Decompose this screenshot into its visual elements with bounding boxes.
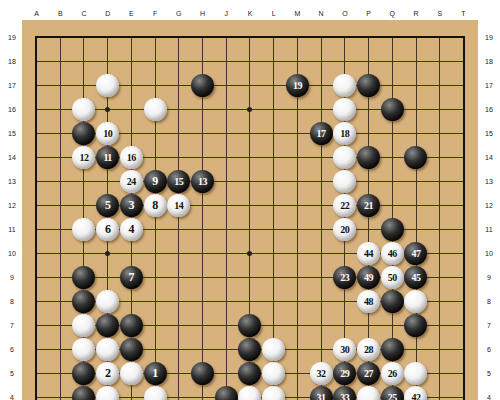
stone-white-L6 [262, 338, 285, 361]
stone-black-E12-move-3: 3 [120, 194, 143, 217]
stone-black-P12-move-21: 21 [357, 194, 380, 217]
stone-black-Q6 [381, 338, 404, 361]
move-number: 44 [364, 248, 373, 259]
coord-label-right-13: 13 [481, 178, 497, 186]
stone-white-F4 [144, 386, 167, 400]
coord-label-right-17: 17 [481, 82, 497, 90]
stone-black-K7 [238, 314, 261, 337]
stone-white-L4 [262, 386, 285, 400]
stone-white-O11-move-20: 20 [333, 218, 356, 241]
move-number: 32 [317, 368, 326, 379]
go-diagram: ABCDEFGHJKLMNOPQRST 19181716151413121110… [0, 0, 500, 400]
stone-black-H5 [191, 362, 214, 385]
stone-white-Q10-move-46: 46 [381, 242, 404, 265]
stone-white-R4-move-42: 42 [404, 386, 427, 400]
move-number: 30 [340, 344, 349, 355]
coord-label-top-H: H [195, 10, 211, 18]
coord-label-right-6: 6 [481, 346, 497, 354]
coord-label-left-9: 9 [4, 274, 20, 282]
move-number: 6 [105, 222, 111, 237]
coord-label-left-18: 18 [4, 58, 20, 66]
stone-white-C7 [72, 314, 95, 337]
stone-white-P4 [357, 386, 380, 400]
coord-label-top-G: G [171, 10, 187, 18]
stone-black-O5-move-29: 29 [333, 362, 356, 385]
stone-black-P9-move-49: 49 [357, 266, 380, 289]
coord-label-right-4: 4 [481, 394, 497, 400]
stone-black-D12-move-5: 5 [96, 194, 119, 217]
stone-black-R9-move-45: 45 [404, 266, 427, 289]
coord-label-left-12: 12 [4, 202, 20, 210]
coord-label-right-19: 19 [481, 34, 497, 42]
stone-black-P5-move-27: 27 [357, 362, 380, 385]
stone-black-K5 [238, 362, 261, 385]
stone-black-Q11 [381, 218, 404, 241]
coord-label-left-5: 5 [4, 370, 20, 378]
move-number: 21 [364, 200, 373, 211]
stone-white-Q9-move-50: 50 [381, 266, 404, 289]
stone-white-O17 [333, 74, 356, 97]
stone-white-C11 [72, 218, 95, 241]
coord-label-right-15: 15 [481, 130, 497, 138]
coord-label-left-19: 19 [4, 34, 20, 42]
coord-label-left-4: 4 [4, 394, 20, 400]
stone-black-C9 [72, 266, 95, 289]
move-number: 11 [103, 152, 111, 163]
stone-black-N15-move-17: 17 [310, 122, 333, 145]
stone-black-C5 [72, 362, 95, 385]
move-number: 18 [340, 128, 349, 139]
stone-black-D14-move-11: 11 [96, 146, 119, 169]
move-number: 45 [411, 272, 420, 283]
move-number: 50 [388, 272, 397, 283]
stone-black-R14 [404, 146, 427, 169]
move-number: 48 [364, 296, 373, 307]
coord-label-top-Q: Q [384, 10, 400, 18]
coord-label-right-12: 12 [481, 202, 497, 210]
stone-black-P14 [357, 146, 380, 169]
coord-label-left-10: 10 [4, 250, 20, 258]
coord-label-left-13: 13 [4, 178, 20, 186]
stone-white-E11-move-4: 4 [120, 218, 143, 241]
move-number: 13 [198, 176, 207, 187]
stone-white-O14 [333, 146, 356, 169]
move-number: 28 [364, 344, 373, 355]
move-number: 24 [127, 176, 136, 187]
stone-white-L5 [262, 362, 285, 385]
stone-white-D17 [96, 74, 119, 97]
stone-white-E14-move-16: 16 [120, 146, 143, 169]
stone-white-Q5-move-26: 26 [381, 362, 404, 385]
stone-white-D5-move-2: 2 [96, 362, 119, 385]
move-number: 26 [388, 368, 397, 379]
coord-label-right-5: 5 [481, 370, 497, 378]
stone-black-M17-move-19: 19 [286, 74, 309, 97]
coord-label-left-15: 15 [4, 130, 20, 138]
move-number: 16 [127, 152, 136, 163]
coord-label-top-N: N [313, 10, 329, 18]
coord-label-top-L: L [266, 10, 282, 18]
stone-white-F12-move-8: 8 [144, 194, 167, 217]
coord-label-left-6: 6 [4, 346, 20, 354]
move-number: 19 [293, 80, 302, 91]
coord-label-top-C: C [76, 10, 92, 18]
coord-label-right-9: 9 [481, 274, 497, 282]
stone-black-Q8 [381, 290, 404, 313]
stone-white-D4 [96, 386, 119, 400]
coord-label-left-11: 11 [4, 226, 20, 234]
stone-black-F13-move-9: 9 [144, 170, 167, 193]
move-number: 27 [364, 368, 373, 379]
stone-white-F16 [144, 98, 167, 121]
move-number: 15 [174, 176, 183, 187]
stone-black-O9-move-23: 23 [333, 266, 356, 289]
stone-black-Q16 [381, 98, 404, 121]
stone-white-D8 [96, 290, 119, 313]
stone-white-R8 [404, 290, 427, 313]
stone-white-P6-move-28: 28 [357, 338, 380, 361]
stone-black-N4-move-31: 31 [310, 386, 333, 400]
stone-white-P10-move-44: 44 [357, 242, 380, 265]
move-number: 10 [103, 128, 112, 139]
stone-black-O4-move-33: 33 [333, 386, 356, 400]
stone-black-R10-move-47: 47 [404, 242, 427, 265]
stones-grid: 1910171812111624915135381422216420444647… [25, 26, 476, 400]
coord-label-top-B: B [52, 10, 68, 18]
move-number: 49 [364, 272, 373, 283]
move-number: 46 [388, 248, 397, 259]
move-number: 17 [317, 128, 326, 139]
move-number: 5 [105, 198, 111, 213]
coord-label-top-J: J [218, 10, 234, 18]
stone-white-N5-move-32: 32 [310, 362, 333, 385]
stone-black-G13-move-15: 15 [167, 170, 190, 193]
move-number: 20 [340, 224, 349, 235]
stone-black-P17 [357, 74, 380, 97]
coord-label-top-M: M [289, 10, 305, 18]
move-number: 12 [79, 152, 88, 163]
coord-label-top-T: T [455, 10, 471, 18]
stone-black-J4 [215, 386, 238, 400]
stone-white-D15-move-10: 10 [96, 122, 119, 145]
coord-label-right-16: 16 [481, 106, 497, 114]
coord-label-top-O: O [337, 10, 353, 18]
stone-white-C6 [72, 338, 95, 361]
move-number: 31 [317, 392, 326, 400]
stone-black-D7 [96, 314, 119, 337]
move-number: 47 [411, 248, 420, 259]
stone-white-C14-move-12: 12 [72, 146, 95, 169]
stone-white-D6 [96, 338, 119, 361]
coord-label-right-8: 8 [481, 298, 497, 306]
coord-label-right-14: 14 [481, 154, 497, 162]
stone-white-O6-move-30: 30 [333, 338, 356, 361]
stone-black-C15 [72, 122, 95, 145]
coord-label-left-14: 14 [4, 154, 20, 162]
stone-black-E6 [120, 338, 143, 361]
coord-label-left-16: 16 [4, 106, 20, 114]
coord-label-top-E: E [123, 10, 139, 18]
move-number: 33 [340, 392, 349, 400]
stone-white-O15-move-18: 18 [333, 122, 356, 145]
move-number: 9 [152, 174, 158, 189]
move-number: 14 [174, 200, 183, 211]
move-number: 7 [129, 270, 135, 285]
coord-label-top-R: R [408, 10, 424, 18]
coord-label-left-7: 7 [4, 322, 20, 330]
stone-black-R7 [404, 314, 427, 337]
coord-label-right-18: 18 [481, 58, 497, 66]
move-number: 8 [152, 198, 158, 213]
stone-black-C8 [72, 290, 95, 313]
stone-black-E9-move-7: 7 [120, 266, 143, 289]
stone-white-G12-move-14: 14 [167, 194, 190, 217]
stone-black-E7 [120, 314, 143, 337]
stone-white-E5 [120, 362, 143, 385]
move-number: 22 [340, 200, 349, 211]
move-number: 3 [129, 198, 135, 213]
stone-black-Q4-move-25: 25 [381, 386, 404, 400]
stone-white-O12-move-22: 22 [333, 194, 356, 217]
stone-white-D11-move-6: 6 [96, 218, 119, 241]
coord-label-right-10: 10 [481, 250, 497, 258]
coord-label-top-S: S [432, 10, 448, 18]
coord-label-top-D: D [100, 10, 116, 18]
move-number: 42 [411, 392, 420, 400]
move-number: 29 [340, 368, 349, 379]
stone-white-O13 [333, 170, 356, 193]
stone-black-H17 [191, 74, 214, 97]
coord-label-left-8: 8 [4, 298, 20, 306]
stone-white-K4 [238, 386, 261, 400]
stone-white-R5 [404, 362, 427, 385]
stone-black-K6 [238, 338, 261, 361]
stone-white-C16 [72, 98, 95, 121]
coord-label-top-F: F [147, 10, 163, 18]
stone-white-O16 [333, 98, 356, 121]
stone-black-C4 [72, 386, 95, 400]
stone-black-H13-move-13: 13 [191, 170, 214, 193]
move-number: 25 [388, 392, 397, 400]
stone-white-P8-move-48: 48 [357, 290, 380, 313]
coord-label-top-A: A [29, 10, 45, 18]
move-number: 2 [105, 366, 111, 381]
stone-white-E13-move-24: 24 [120, 170, 143, 193]
coord-label-right-7: 7 [481, 322, 497, 330]
move-number: 4 [129, 222, 135, 237]
coord-label-left-17: 17 [4, 82, 20, 90]
coord-label-top-P: P [361, 10, 377, 18]
coord-label-top-K: K [242, 10, 258, 18]
move-number: 1 [152, 366, 158, 381]
move-number: 23 [340, 272, 349, 283]
stone-black-F5-move-1: 1 [144, 362, 167, 385]
coord-label-right-11: 11 [481, 226, 497, 234]
